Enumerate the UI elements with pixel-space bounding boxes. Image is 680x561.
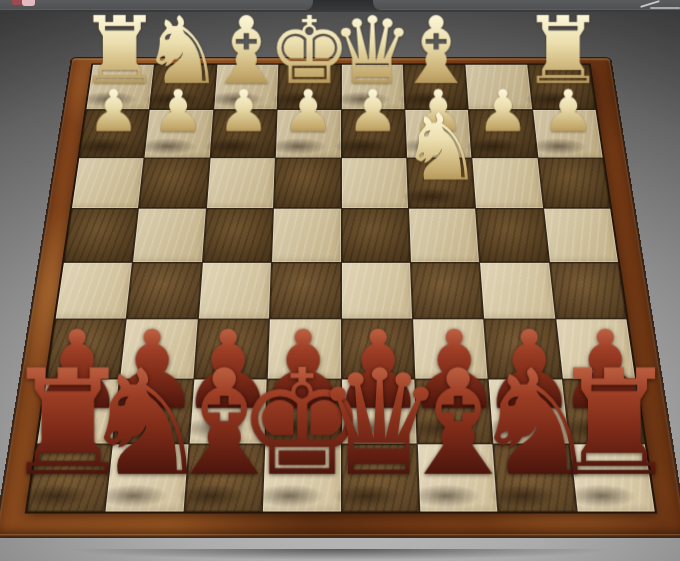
square-g4[interactable]	[133, 209, 205, 262]
square-e4[interactable]	[272, 209, 340, 262]
square-b4[interactable]	[476, 209, 548, 262]
piece-white-knight[interactable]: ♞	[369, 101, 514, 194]
square-h4[interactable]	[64, 209, 138, 262]
square-a2[interactable]: ♟	[533, 110, 603, 157]
piece-white-pawn[interactable]: ♟	[498, 83, 639, 141]
chess-board[interactable]: ♜♞♝♚♛♝♜♟♟♟♟♟♟♟♟♞♟♟♟♟♟♟♟♟♜♞♝♚♛♝♞♜	[0, 58, 680, 536]
favicon-fragment-icon	[22, 0, 35, 6]
square-f3[interactable]	[207, 158, 275, 208]
square-d4[interactable]	[341, 209, 409, 262]
square-f4[interactable]	[203, 209, 273, 262]
square-g3[interactable]	[139, 158, 209, 208]
square-c3[interactable]: ♞	[407, 158, 475, 208]
square-a3[interactable]	[538, 158, 610, 208]
square-a8[interactable]: ♜	[570, 444, 655, 512]
square-h3[interactable]	[72, 158, 144, 208]
chess-board-squares[interactable]: ♜♞♝♚♛♝♜♟♟♟♟♟♟♟♟♞♟♟♟♟♟♟♟♟♜♞♝♚♛♝♞♜	[27, 65, 654, 512]
square-e3[interactable]	[274, 158, 340, 208]
board-drop-shadow	[0, 549, 680, 561]
square-c4[interactable]	[409, 209, 479, 262]
piece-black-rook[interactable]: ♜	[530, 351, 680, 497]
square-a4[interactable]	[544, 209, 618, 262]
pointer-artifact-icon	[650, 7, 680, 9]
favicon-fragment-icon	[12, 0, 22, 5]
